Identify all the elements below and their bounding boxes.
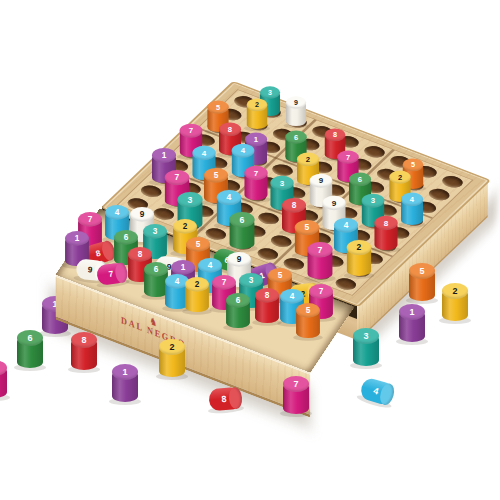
board-hole <box>332 276 360 292</box>
board-hole <box>306 266 334 282</box>
board-hole <box>150 206 178 222</box>
peg-digit-4: 4 <box>359 376 396 406</box>
board-hole <box>124 196 152 212</box>
peg-digit-1: 1 <box>112 364 138 402</box>
board-hole <box>228 236 256 252</box>
peg-digit-7: 7 <box>0 360 7 398</box>
board-hole <box>280 256 308 272</box>
peg-digit-2: 2 <box>442 283 468 321</box>
scene: ♞ DAL NEGRO 3928556728126474934739815847… <box>0 0 500 500</box>
board-hole <box>202 226 230 242</box>
peg-digit-6: 6 <box>17 330 43 368</box>
